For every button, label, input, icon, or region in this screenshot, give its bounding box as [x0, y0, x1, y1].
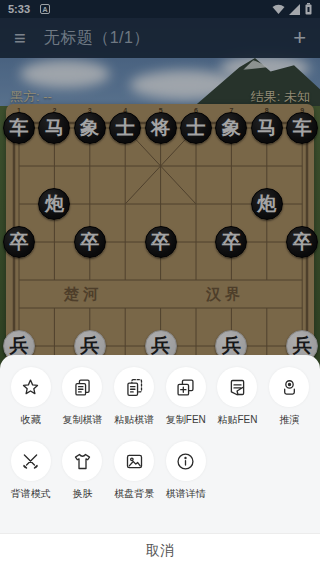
sheet-action-复制棋谱[interactable]: 复制棋谱	[57, 367, 109, 427]
bottom-sheet: 收藏复制棋谱粘贴棋谱复制FEN粘贴FEN推演背谱模式换肤棋盘背景棋谱详情 取消	[0, 355, 320, 568]
sheet-action-label: 粘贴棋谱	[114, 413, 154, 427]
sheet-action-label: 棋盘背景	[114, 487, 154, 501]
sheet-action-收藏[interactable]: 收藏	[5, 367, 57, 427]
tshirt-icon	[62, 441, 102, 481]
sheet-actions: 收藏复制棋谱粘贴棋谱复制FEN粘贴FEN推演背谱模式换肤棋盘背景棋谱详情	[0, 355, 320, 501]
sheet-action-棋谱详情[interactable]: 棋谱详情	[160, 441, 212, 501]
image-icon	[114, 441, 154, 481]
sheet-action-label: 复制FEN	[166, 413, 206, 427]
sheet-action-推演[interactable]: 推演	[263, 367, 315, 427]
sheet-action-换肤[interactable]: 换肤	[57, 441, 109, 501]
copy-fen-icon	[166, 367, 206, 407]
copy-record-icon	[62, 367, 102, 407]
sheet-action-label: 棋谱详情	[166, 487, 206, 501]
sheet-action-棋盘背景[interactable]: 棋盘背景	[108, 441, 160, 501]
swords-icon	[11, 441, 51, 481]
sheet-action-label: 背谱模式	[11, 487, 51, 501]
sheet-action-粘贴FEN[interactable]: 粘贴FEN	[212, 367, 264, 427]
paste-record-icon	[114, 367, 154, 407]
info-icon	[166, 441, 206, 481]
paste-fen-icon	[217, 367, 257, 407]
sheet-action-label: 收藏	[21, 413, 41, 427]
sheet-action-label: 粘贴FEN	[217, 413, 257, 427]
sheet-action-粘贴棋谱[interactable]: 粘贴棋谱	[108, 367, 160, 427]
screen: 5:33 A ≡ 无标题（1/1） + 黑方: -- 结果: 未知	[0, 0, 320, 568]
pin-icon	[269, 367, 309, 407]
sheet-action-label: 换肤	[72, 487, 92, 501]
sheet-action-复制FEN[interactable]: 复制FEN	[160, 367, 212, 427]
sheet-action-label: 复制棋谱	[62, 413, 102, 427]
star-icon	[11, 367, 51, 407]
sheet-action-背谱模式[interactable]: 背谱模式	[5, 441, 57, 501]
cancel-button[interactable]: 取消	[0, 533, 320, 568]
sheet-action-label: 推演	[279, 413, 299, 427]
